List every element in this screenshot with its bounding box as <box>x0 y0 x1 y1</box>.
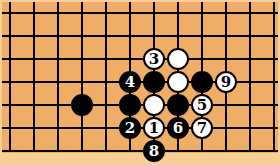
board-gridline-vertical <box>33 2 35 152</box>
board-gridline-horizontal <box>2 12 278 14</box>
black-stone-move-6: 6 <box>167 117 189 139</box>
move-number: 6 <box>173 120 183 135</box>
move-number: 7 <box>197 120 207 135</box>
black-stone <box>143 71 165 93</box>
white-stone-move-5: 5 <box>191 94 213 116</box>
white-stone <box>167 71 189 93</box>
move-number: 9 <box>221 74 231 89</box>
board-gridline-vertical <box>273 2 275 152</box>
move-number: 2 <box>125 120 135 135</box>
go-board: 349521678 <box>2 2 278 153</box>
board-gridline-vertical <box>249 2 251 152</box>
black-stone <box>191 71 213 93</box>
board-gridline-vertical <box>81 2 83 152</box>
black-stone <box>119 94 141 116</box>
move-number: 3 <box>149 51 159 66</box>
white-stone-move-7: 7 <box>191 117 213 139</box>
board-gridline-vertical <box>57 2 59 152</box>
black-stone <box>71 94 93 116</box>
board-gridline-horizontal <box>2 35 278 37</box>
white-stone-move-3: 3 <box>143 48 165 70</box>
black-stone <box>167 94 189 116</box>
board-gridline-vertical <box>9 2 11 152</box>
white-stone-move-9: 9 <box>215 71 237 93</box>
move-number: 4 <box>125 74 135 89</box>
black-stone-move-4: 4 <box>119 71 141 93</box>
white-stone <box>167 48 189 70</box>
board-gridline-vertical <box>105 2 107 152</box>
board-gridline-horizontal <box>2 58 278 60</box>
board-edge-line <box>2 150 278 152</box>
white-stone-move-1: 1 <box>143 117 165 139</box>
white-stone <box>143 94 165 116</box>
go-diagram: 349521678 <box>0 0 280 165</box>
move-number: 5 <box>197 97 207 112</box>
black-stone-move-2: 2 <box>119 117 141 139</box>
black-stone-move-8: 8 <box>143 140 165 162</box>
move-number: 8 <box>149 143 159 158</box>
move-number: 1 <box>149 120 159 135</box>
